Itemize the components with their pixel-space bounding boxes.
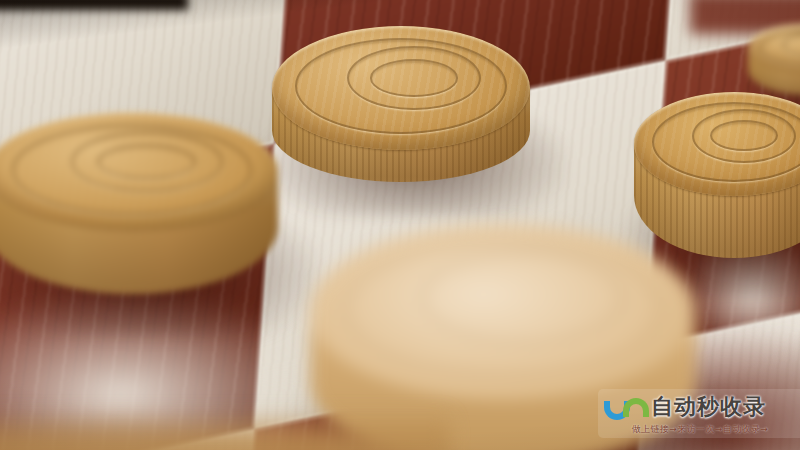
piece-top-face: ⛂ (310, 224, 696, 400)
checker-piece-top-right-edge[interactable]: ⛂ (748, 24, 800, 96)
watermark-logo-green-arch-icon (623, 398, 649, 417)
watermark-logo (604, 392, 648, 422)
watermark-subtitle: 做上链接→来访一次→自动收录→ (604, 423, 796, 436)
checkers-closeup-photo: ⛂ ⛂ ⛂ ⛂ (0, 0, 800, 450)
piece-top-face: ⛂ (634, 92, 800, 196)
watermark-title: 自动秒收录 (651, 392, 766, 422)
watermark: 自动秒收录 做上链接→来访一次→自动收录→ (598, 389, 800, 438)
checker-piece-left[interactable]: ⛂ (0, 112, 278, 296)
piece-top-face: ⛂ (272, 26, 530, 150)
watermark-main-row: 自动秒收录 (604, 392, 796, 422)
piece-top-face: ⛂ (748, 24, 800, 72)
piece-top-face: ⛂ (0, 112, 278, 230)
checker-piece-top-center[interactable]: ⛂ (272, 26, 530, 182)
